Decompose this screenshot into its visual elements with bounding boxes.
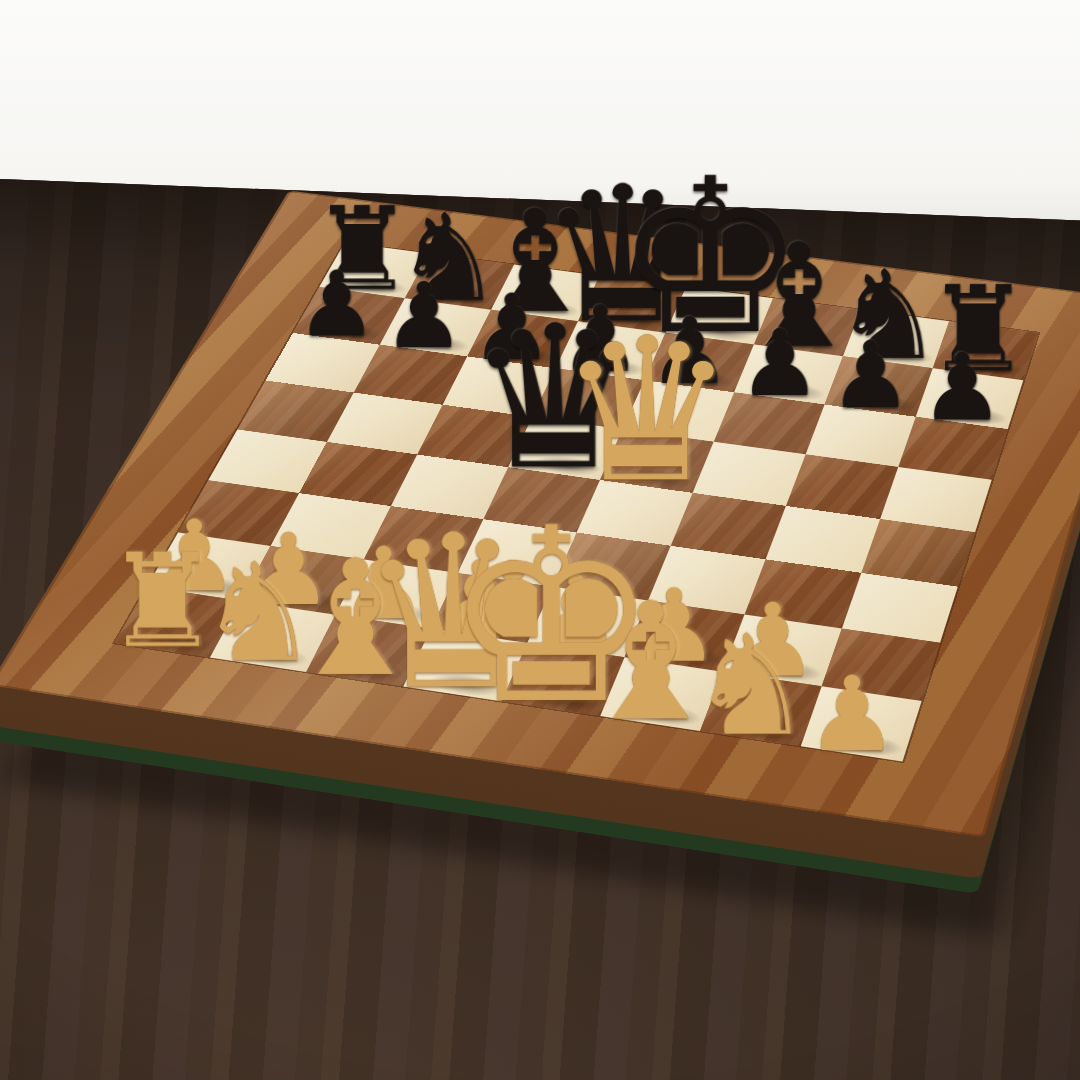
piece-white-knight-g1[interactable]: ♞ [688, 616, 813, 755]
piece-black-pawn-g7[interactable]: ♟ [828, 329, 911, 422]
piece-black-pawn-b7[interactable]: ♟ [383, 271, 465, 362]
square-h1[interactable]: ♟ [801, 686, 922, 761]
piece-black-pawn-f7[interactable]: ♟ [738, 317, 821, 409]
square-h7[interactable]: ♟ [916, 368, 1023, 429]
square-g1[interactable]: ♞ [700, 672, 822, 746]
piece-black-pawn-h7[interactable]: ♟ [920, 341, 1004, 434]
piece-white-pawn-h1[interactable]: ♟ [805, 663, 898, 767]
piece-black-pawn-a7[interactable]: ♟ [296, 259, 377, 350]
square-g5[interactable] [786, 454, 898, 519]
square-g7[interactable]: ♟ [825, 356, 933, 416]
